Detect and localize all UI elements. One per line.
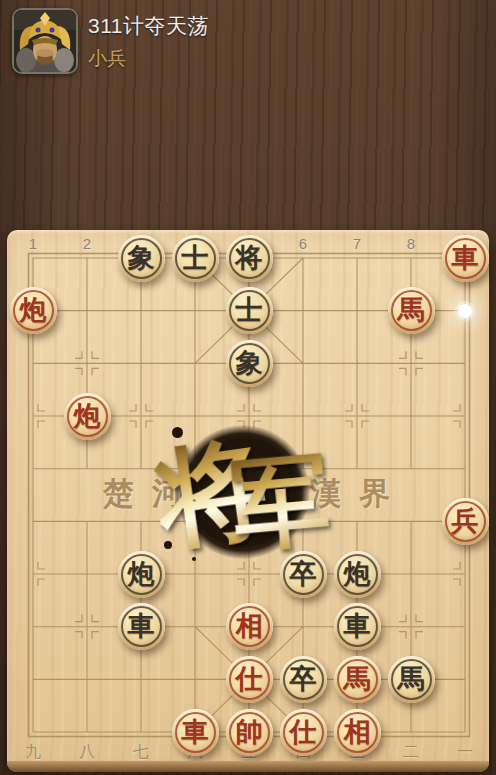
piece-character: 車 xyxy=(344,613,371,640)
piece-character: 仕 xyxy=(290,719,317,746)
piece-black-soldier[interactable]: 卒 xyxy=(280,656,327,703)
piece-red-cannon[interactable]: 炮 xyxy=(10,287,57,334)
piece-red-elephant[interactable]: 相 xyxy=(226,603,273,650)
piece-character: 卒 xyxy=(290,561,317,588)
file-label-bottom-3: 七 xyxy=(133,742,149,763)
piece-red-soldier[interactable]: 兵 xyxy=(442,498,489,545)
piece-black-general[interactable]: 将 xyxy=(226,235,273,282)
piece-red-elephant[interactable]: 相 xyxy=(334,709,381,756)
piece-character: 炮 xyxy=(344,561,371,588)
piece-character: 馬 xyxy=(398,666,425,693)
last-move-glow-marker xyxy=(460,306,470,316)
board-bottom-rim xyxy=(7,761,489,772)
piece-black-chariot[interactable]: 車 xyxy=(334,603,381,650)
piece-character: 帥 xyxy=(236,719,263,746)
piece-red-chariot[interactable]: 車 xyxy=(442,235,489,282)
piece-red-horse[interactable]: 馬 xyxy=(334,656,381,703)
player-name: 311计夺天荡 xyxy=(88,12,209,40)
piece-red-advisor[interactable]: 仕 xyxy=(280,709,327,756)
piece-black-advisor[interactable]: 士 xyxy=(226,287,273,334)
file-label-bottom-2: 八 xyxy=(79,742,95,763)
piece-character: 炮 xyxy=(20,297,47,324)
piece-character: 車 xyxy=(128,613,155,640)
piece-black-cannon[interactable]: 炮 xyxy=(118,551,165,598)
piece-character: 士 xyxy=(236,297,263,324)
file-label-bottom-1: 九 xyxy=(25,742,41,763)
xiangqi-app-screen: { "game": "xiangqi", "header": { "player… xyxy=(0,0,496,775)
piece-red-cannon[interactable]: 炮 xyxy=(64,393,111,440)
piece-black-cannon[interactable]: 炮 xyxy=(334,551,381,598)
piece-black-chariot[interactable]: 車 xyxy=(118,603,165,650)
avatar-image xyxy=(14,10,76,72)
player-level-badge: 小兵 xyxy=(88,46,126,72)
file-label-top-8: 8 xyxy=(407,235,415,252)
file-label-top-2: 2 xyxy=(83,235,91,252)
piece-black-advisor[interactable]: 士 xyxy=(172,235,219,282)
piece-character: 兵 xyxy=(452,508,479,535)
file-label-top-7: 7 xyxy=(353,235,361,252)
piece-black-elephant[interactable]: 象 xyxy=(226,340,273,387)
xiangqi-board[interactable]: 123456789 九八七六五四三二一 楚河 漢界 象士将車炮士馬象炮兵炮卒炮車… xyxy=(7,230,489,772)
piece-black-elephant[interactable]: 象 xyxy=(118,235,165,282)
piece-red-advisor[interactable]: 仕 xyxy=(226,656,273,703)
piece-character: 相 xyxy=(344,719,371,746)
piece-character: 炮 xyxy=(74,403,101,430)
piece-character: 相 xyxy=(236,613,263,640)
player-avatar[interactable] xyxy=(12,8,78,74)
piece-red-chariot[interactable]: 車 xyxy=(172,709,219,756)
piece-character: 車 xyxy=(182,719,209,746)
piece-character: 仕 xyxy=(236,666,263,693)
file-label-bottom-9: 一 xyxy=(457,742,473,763)
piece-black-soldier[interactable]: 卒 xyxy=(280,551,327,598)
file-label-top-6: 6 xyxy=(299,235,307,252)
piece-black-horse[interactable]: 馬 xyxy=(388,656,435,703)
piece-red-horse[interactable]: 馬 xyxy=(388,287,435,334)
river-text-left: 楚河 xyxy=(103,473,201,515)
piece-character: 馬 xyxy=(344,666,371,693)
piece-character: 士 xyxy=(182,245,209,272)
piece-character: 将 xyxy=(236,245,263,272)
piece-character: 卒 xyxy=(290,666,317,693)
file-label-bottom-8: 二 xyxy=(403,742,419,763)
player-header: 311计夺天荡 小兵 xyxy=(0,0,496,90)
piece-character: 炮 xyxy=(128,561,155,588)
piece-character: 車 xyxy=(452,245,479,272)
river-text-right: 漢界 xyxy=(310,473,408,515)
piece-character: 象 xyxy=(236,350,263,377)
file-label-top-1: 1 xyxy=(29,235,37,252)
piece-red-general[interactable]: 帥 xyxy=(226,709,273,756)
piece-character: 象 xyxy=(128,245,155,272)
piece-character: 馬 xyxy=(398,297,425,324)
